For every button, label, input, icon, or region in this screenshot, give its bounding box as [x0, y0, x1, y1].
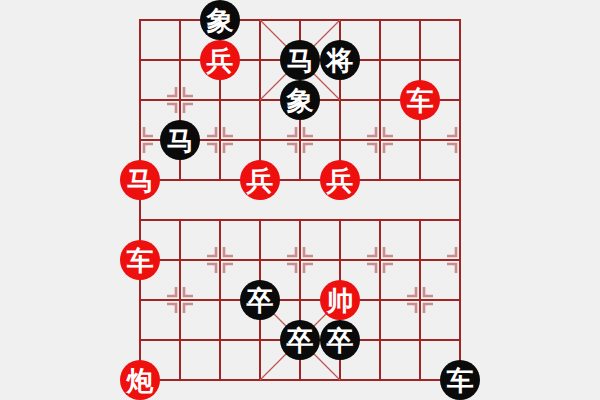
piece-red-chariot[interactable]: 车: [400, 80, 440, 120]
piece-red-horse[interactable]: 马: [120, 160, 160, 200]
piece-red-soldier[interactable]: 兵: [200, 40, 240, 80]
piece-red-soldier[interactable]: 兵: [320, 160, 360, 200]
piece-black-elephant[interactable]: 象: [200, 0, 240, 40]
piece-black-horse[interactable]: 马: [280, 40, 320, 80]
piece-black-general[interactable]: 将: [320, 40, 360, 80]
piece-red-chariot[interactable]: 车: [120, 240, 160, 280]
piece-black-soldier[interactable]: 卒: [240, 280, 280, 320]
piece-black-soldier[interactable]: 卒: [280, 320, 320, 360]
pieces-layer: 象兵马将象车马马兵兵车卒帅卒卒炮车: [120, 0, 480, 400]
piece-red-cannon[interactable]: 炮: [120, 360, 160, 400]
piece-red-soldier[interactable]: 兵: [240, 160, 280, 200]
xiangqi-board: 象兵马将象车马马兵兵车卒帅卒卒炮车: [0, 0, 600, 400]
piece-black-chariot[interactable]: 车: [440, 360, 480, 400]
piece-red-general[interactable]: 帅: [320, 280, 360, 320]
piece-black-elephant[interactable]: 象: [280, 80, 320, 120]
piece-black-horse[interactable]: 马: [160, 120, 200, 160]
piece-black-soldier[interactable]: 卒: [320, 320, 360, 360]
